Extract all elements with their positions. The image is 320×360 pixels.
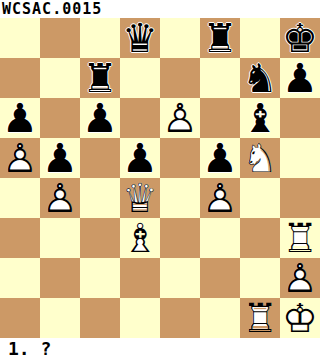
square-g3[interactable] bbox=[240, 218, 280, 258]
white-bishop-fill: ♝ bbox=[120, 218, 160, 258]
square-b6[interactable] bbox=[40, 98, 80, 138]
square-f1[interactable] bbox=[200, 298, 240, 338]
black-king-h8: ♚ bbox=[280, 18, 320, 58]
square-h5[interactable] bbox=[280, 138, 320, 178]
square-a5[interactable]: ♟♙ bbox=[0, 138, 40, 178]
white-pawn-fill: ♟ bbox=[0, 138, 40, 178]
title-bar: WCSAC.0015 bbox=[0, 0, 320, 18]
square-e6[interactable]: ♟♙ bbox=[160, 98, 200, 138]
square-a7[interactable] bbox=[0, 58, 40, 98]
square-d2[interactable] bbox=[120, 258, 160, 298]
square-h6[interactable] bbox=[280, 98, 320, 138]
square-c8[interactable] bbox=[80, 18, 120, 58]
square-e2[interactable] bbox=[160, 258, 200, 298]
square-e8[interactable] bbox=[160, 18, 200, 58]
square-f5[interactable]: ♟ bbox=[200, 138, 240, 178]
square-d4[interactable]: ♛♕ bbox=[120, 178, 160, 218]
square-d3[interactable]: ♝♗ bbox=[120, 218, 160, 258]
white-knight-g5: ♘ bbox=[240, 138, 280, 178]
white-queen-fill: ♛ bbox=[120, 178, 160, 218]
black-rook-c7: ♜ bbox=[80, 58, 120, 98]
white-rook-h3: ♖ bbox=[280, 218, 320, 258]
black-queen-d8: ♛ bbox=[120, 18, 160, 58]
square-g4[interactable] bbox=[240, 178, 280, 218]
square-e4[interactable] bbox=[160, 178, 200, 218]
square-b7[interactable] bbox=[40, 58, 80, 98]
square-g7[interactable]: ♞ bbox=[240, 58, 280, 98]
square-a8[interactable] bbox=[0, 18, 40, 58]
white-pawn-a5: ♙ bbox=[0, 138, 40, 178]
black-rook-f8: ♜ bbox=[200, 18, 240, 58]
square-e1[interactable] bbox=[160, 298, 200, 338]
square-c2[interactable] bbox=[80, 258, 120, 298]
square-e3[interactable] bbox=[160, 218, 200, 258]
white-rook-fill: ♜ bbox=[240, 298, 280, 338]
square-g8[interactable] bbox=[240, 18, 280, 58]
square-f3[interactable] bbox=[200, 218, 240, 258]
square-g5[interactable]: ♞♘ bbox=[240, 138, 280, 178]
square-b8[interactable] bbox=[40, 18, 80, 58]
white-pawn-f4: ♙ bbox=[200, 178, 240, 218]
black-pawn-c6: ♟ bbox=[80, 98, 120, 138]
square-h4[interactable] bbox=[280, 178, 320, 218]
square-c6[interactable]: ♟ bbox=[80, 98, 120, 138]
square-g1[interactable]: ♜♖ bbox=[240, 298, 280, 338]
white-queen-d4: ♕ bbox=[120, 178, 160, 218]
square-h2[interactable]: ♟♙ bbox=[280, 258, 320, 298]
white-knight-fill: ♞ bbox=[240, 138, 280, 178]
square-b3[interactable] bbox=[40, 218, 80, 258]
white-pawn-fill: ♟ bbox=[160, 98, 200, 138]
square-c3[interactable] bbox=[80, 218, 120, 258]
square-b4[interactable]: ♟♙ bbox=[40, 178, 80, 218]
square-f8[interactable]: ♜ bbox=[200, 18, 240, 58]
square-f2[interactable] bbox=[200, 258, 240, 298]
square-g6[interactable]: ♝ bbox=[240, 98, 280, 138]
square-d8[interactable]: ♛ bbox=[120, 18, 160, 58]
white-pawn-fill: ♟ bbox=[40, 178, 80, 218]
square-c1[interactable] bbox=[80, 298, 120, 338]
square-a2[interactable] bbox=[0, 258, 40, 298]
square-h8[interactable]: ♚ bbox=[280, 18, 320, 58]
white-king-fill: ♚ bbox=[280, 298, 320, 338]
square-h3[interactable]: ♜♖ bbox=[280, 218, 320, 258]
square-g2[interactable] bbox=[240, 258, 280, 298]
black-pawn-d5: ♟ bbox=[120, 138, 160, 178]
white-pawn-h2: ♙ bbox=[280, 258, 320, 298]
black-pawn-h7: ♟ bbox=[280, 58, 320, 98]
square-a1[interactable] bbox=[0, 298, 40, 338]
white-pawn-e6: ♙ bbox=[160, 98, 200, 138]
square-h1[interactable]: ♚♔ bbox=[280, 298, 320, 338]
black-pawn-a6: ♟ bbox=[0, 98, 40, 138]
white-king-h1: ♔ bbox=[280, 298, 320, 338]
square-a4[interactable] bbox=[0, 178, 40, 218]
black-bishop-g6: ♝ bbox=[240, 98, 280, 138]
square-e7[interactable] bbox=[160, 58, 200, 98]
square-c7[interactable]: ♜ bbox=[80, 58, 120, 98]
square-f7[interactable] bbox=[200, 58, 240, 98]
square-b5[interactable]: ♟ bbox=[40, 138, 80, 178]
black-pawn-b5: ♟ bbox=[40, 138, 80, 178]
square-b2[interactable] bbox=[40, 258, 80, 298]
white-bishop-d3: ♗ bbox=[120, 218, 160, 258]
white-pawn-fill: ♟ bbox=[280, 258, 320, 298]
square-b1[interactable] bbox=[40, 298, 80, 338]
square-d5[interactable]: ♟ bbox=[120, 138, 160, 178]
white-rook-fill: ♜ bbox=[280, 218, 320, 258]
square-d7[interactable] bbox=[120, 58, 160, 98]
square-c5[interactable] bbox=[80, 138, 120, 178]
chess-board: ♛♜♚♜♞♟♟♟♟♙♝♟♙♟♟♟♞♘♟♙♛♕♟♙♝♗♜♖♟♙♜♖♚♔ bbox=[0, 18, 320, 338]
square-c4[interactable] bbox=[80, 178, 120, 218]
square-f4[interactable]: ♟♙ bbox=[200, 178, 240, 218]
square-f6[interactable] bbox=[200, 98, 240, 138]
square-a3[interactable] bbox=[0, 218, 40, 258]
square-a6[interactable]: ♟ bbox=[0, 98, 40, 138]
white-pawn-fill: ♟ bbox=[200, 178, 240, 218]
puzzle-title: WCSAC.0015 bbox=[2, 0, 102, 18]
chess-puzzle-window: WCSAC.0015 ♛♜♚♜♞♟♟♟♟♙♝♟♙♟♟♟♞♘♟♙♛♕♟♙♝♗♜♖♟… bbox=[0, 0, 320, 360]
square-h7[interactable]: ♟ bbox=[280, 58, 320, 98]
square-d6[interactable] bbox=[120, 98, 160, 138]
white-pawn-b4: ♙ bbox=[40, 178, 80, 218]
white-rook-g1: ♖ bbox=[240, 298, 280, 338]
move-prompt: 1. ? bbox=[8, 338, 51, 360]
square-d1[interactable] bbox=[120, 298, 160, 338]
square-e5[interactable] bbox=[160, 138, 200, 178]
move-prompt-bar: 1. ? bbox=[0, 338, 320, 360]
black-knight-g7: ♞ bbox=[240, 58, 280, 98]
black-pawn-f5: ♟ bbox=[200, 138, 240, 178]
